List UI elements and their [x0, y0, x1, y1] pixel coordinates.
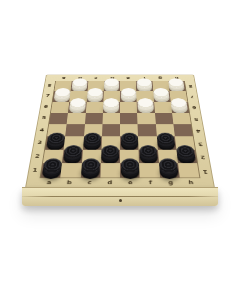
white-man-c7 [87, 88, 103, 98]
square-b1 [60, 163, 81, 177]
coordinate-label-e: e [120, 178, 140, 187]
white-man-f8 [136, 78, 152, 87]
square-e7 [120, 91, 137, 101]
white-man-a7 [54, 88, 71, 98]
black-man-b2 [63, 145, 82, 158]
white-man-b8 [72, 78, 88, 87]
coordinate-label-d: d [100, 178, 120, 187]
square-h8 [168, 81, 186, 91]
box-clasp-hole [119, 199, 122, 202]
black-man-e3 [121, 133, 138, 145]
coordinate-label-f: f [140, 178, 161, 187]
square-g6 [154, 102, 172, 113]
coordinate-label-5: 5 [190, 113, 202, 125]
checkers-board: abcdefgh abcdefgh 87654321 87654321 [25, 75, 215, 188]
square-b6 [68, 102, 86, 113]
square-f5 [137, 113, 155, 125]
black-man-e1 [121, 159, 139, 172]
black-man-g1 [159, 159, 179, 172]
square-f1 [139, 163, 159, 177]
square-e1 [120, 163, 140, 177]
coordinate-label-g: g [160, 178, 181, 187]
black-man-c1 [81, 159, 100, 172]
black-man-c3 [83, 133, 101, 145]
square-e5 [120, 113, 138, 125]
square-h4 [173, 124, 193, 136]
square-h2 [176, 149, 197, 163]
square-c6 [85, 102, 103, 113]
square-a3 [45, 136, 65, 149]
square-b8 [71, 81, 88, 91]
black-man-g3 [157, 133, 175, 145]
square-a7 [53, 91, 71, 101]
square-c1 [80, 163, 100, 177]
white-man-h6 [171, 98, 188, 108]
white-man-f6 [137, 98, 154, 108]
square-g7 [153, 91, 171, 101]
coordinate-label-4: 4 [192, 124, 205, 136]
square-d6 [103, 102, 120, 113]
square-c3 [83, 136, 102, 149]
coordinate-label-8: 8 [185, 81, 196, 91]
square-d2 [101, 149, 120, 163]
coordinate-label-h: h [180, 178, 202, 187]
black-man-f2 [139, 145, 157, 158]
coordinate-label-a: a [55, 75, 72, 81]
black-man-a3 [46, 133, 65, 145]
square-f2 [139, 149, 159, 163]
coordinate-label-g: g [152, 75, 169, 81]
white-man-e7 [120, 88, 136, 98]
file-labels-bottom: abcdefgh [38, 178, 202, 187]
square-d5 [102, 113, 120, 125]
square-f8 [136, 81, 153, 91]
square-e3 [120, 136, 139, 149]
square-h6 [171, 102, 190, 113]
square-b4 [65, 124, 84, 136]
coordinate-label-2: 2 [196, 150, 210, 164]
square-g1 [159, 163, 180, 177]
black-man-d2 [101, 145, 119, 158]
square-f6 [137, 102, 155, 113]
square-b5 [67, 113, 86, 125]
black-man-a1 [42, 159, 62, 172]
square-d1 [100, 163, 120, 177]
square-b2 [62, 149, 82, 163]
coordinate-label-1: 1 [198, 164, 212, 179]
square-f4 [138, 124, 157, 136]
square-a1 [41, 163, 63, 177]
board-grid [40, 81, 201, 178]
square-g3 [156, 136, 176, 149]
square-d4 [102, 124, 120, 136]
square-c5 [85, 113, 103, 125]
coordinate-label-a: a [38, 178, 60, 187]
square-c7 [86, 91, 103, 101]
white-man-d8 [104, 78, 119, 87]
square-d8 [104, 81, 120, 91]
coordinate-label-c: c [79, 178, 100, 187]
box-seam-line [22, 196, 218, 197]
square-a5 [49, 113, 68, 125]
coordinate-label-b: b [59, 178, 80, 187]
square-a6 [51, 102, 70, 113]
product-photo: abcdefgh abcdefgh 87654321 87654321 [0, 0, 240, 303]
coordinate-label-3: 3 [194, 137, 207, 150]
white-man-g7 [153, 88, 169, 98]
coordinate-label-c: c [88, 75, 104, 81]
square-e6 [120, 102, 137, 113]
square-h1 [178, 163, 200, 177]
white-man-d6 [103, 98, 119, 108]
coordinate-label-7: 7 [186, 91, 198, 102]
square-g5 [155, 113, 174, 125]
coordinate-label-e: e [120, 75, 136, 81]
coordinate-label-6: 6 [188, 101, 200, 112]
square-h5 [172, 113, 191, 125]
white-man-b6 [69, 98, 86, 108]
folding-box-front [22, 187, 218, 206]
